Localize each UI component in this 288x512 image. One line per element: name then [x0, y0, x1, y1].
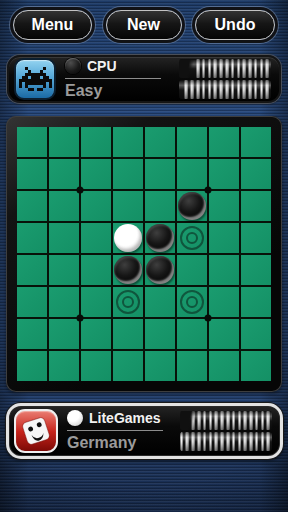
tray-disc	[213, 59, 217, 78]
dice-icon	[18, 413, 54, 449]
board-cell-h8[interactable]	[241, 351, 271, 381]
board-cell-e3[interactable]	[145, 191, 175, 221]
tray-disc	[248, 59, 252, 78]
tray-disc	[185, 432, 189, 451]
menu-button[interactable]: Menu	[13, 10, 92, 40]
tray-disc	[261, 432, 265, 451]
board-cell-d1[interactable]	[113, 127, 143, 157]
board-cell-f6[interactable]	[177, 287, 207, 317]
board-cell-d8[interactable]	[113, 351, 143, 381]
tray-disc	[260, 80, 264, 99]
board-cell-d2[interactable]	[113, 159, 143, 189]
tray-disc	[266, 411, 270, 430]
tray-disc	[225, 59, 229, 78]
legal-move-hint-f6[interactable]	[180, 290, 204, 314]
cpu-tray-row-2	[179, 80, 271, 99]
tray-disc	[203, 411, 207, 430]
tray-disc	[231, 59, 235, 78]
board-cell-a2[interactable]	[17, 159, 47, 189]
tray-disc	[209, 432, 213, 451]
board-cell-b5[interactable]	[49, 255, 79, 285]
tray-disc	[242, 80, 246, 99]
board-cell-c3[interactable]	[81, 191, 111, 221]
app-screen: Menu New Undo CPU Easy	[0, 0, 288, 512]
new-game-button[interactable]: New	[106, 10, 182, 40]
tray-wedge	[179, 59, 197, 78]
tray-disc	[202, 80, 206, 99]
tray-disc	[208, 80, 212, 99]
tray-disc	[231, 80, 235, 99]
board-cell-f4[interactable]	[177, 223, 207, 253]
tray-disc	[238, 432, 242, 451]
human-tray-row-2	[180, 432, 272, 451]
tray-disc	[266, 432, 270, 451]
board-cell-h5[interactable]	[241, 255, 271, 285]
board-cell-b3[interactable]	[49, 191, 79, 221]
board-cell-b1[interactable]	[49, 127, 79, 157]
black-disc-e5	[146, 256, 174, 284]
human-tray-row-1	[180, 411, 272, 430]
tray-disc	[265, 80, 269, 99]
board-cell-d4[interactable]	[113, 223, 143, 253]
board-cell-d3[interactable]	[113, 191, 143, 221]
panel-divider	[67, 430, 163, 431]
tray-disc	[237, 59, 241, 78]
board-cell-d7[interactable]	[113, 319, 143, 349]
board-cell-b2[interactable]	[49, 159, 79, 189]
board-cell-a4[interactable]	[17, 223, 47, 253]
tray-disc	[190, 80, 194, 99]
tray-disc	[214, 411, 218, 430]
board-cell-b7[interactable]	[49, 319, 79, 349]
cpu-info: CPU Easy	[65, 58, 165, 100]
black-disc-f3	[178, 192, 206, 220]
tray-disc	[255, 432, 259, 451]
board-cell-c5[interactable]	[81, 255, 111, 285]
cpu-avatar	[14, 58, 56, 100]
board-cell-a3[interactable]	[17, 191, 47, 221]
board-cell-a6[interactable]	[17, 287, 47, 317]
board-cell-h4[interactable]	[241, 223, 271, 253]
board-cell-b8[interactable]	[49, 351, 79, 381]
board-cell-c7[interactable]	[81, 319, 111, 349]
tray-disc	[232, 411, 236, 430]
human-avatar	[14, 409, 58, 453]
board-grid	[17, 127, 271, 381]
star-point	[77, 315, 84, 322]
tray-disc	[226, 432, 230, 451]
cpu-tray-row-1	[179, 59, 271, 78]
board-cell-h2[interactable]	[241, 159, 271, 189]
board-cell-e1[interactable]	[145, 127, 175, 157]
board-cell-c8[interactable]	[81, 351, 111, 381]
board-cell-g8[interactable]	[209, 351, 239, 381]
board-cell-e4[interactable]	[145, 223, 175, 253]
board-cell-g6[interactable]	[209, 287, 239, 317]
tray-disc	[208, 59, 212, 78]
board-cell-b4[interactable]	[49, 223, 79, 253]
tray-disc	[261, 411, 265, 430]
tray-disc	[243, 432, 247, 451]
tray-disc	[242, 59, 246, 78]
human-disc-tray	[180, 410, 272, 453]
board-cell-e7[interactable]	[145, 319, 175, 349]
board-cell-e6[interactable]	[145, 287, 175, 317]
tray-disc	[249, 411, 253, 430]
board-cell-g4[interactable]	[209, 223, 239, 253]
tray-disc	[243, 411, 247, 430]
board-cell-g5[interactable]	[209, 255, 239, 285]
board-cell-h3[interactable]	[241, 191, 271, 221]
board-cell-f3[interactable]	[177, 191, 207, 221]
board-cell-h7[interactable]	[241, 319, 271, 349]
cpu-disc-tray	[179, 58, 271, 101]
tray-disc	[232, 432, 236, 451]
tray-disc	[180, 432, 183, 451]
cpu-difficulty: Easy	[65, 82, 165, 100]
board-cell-h6[interactable]	[241, 287, 271, 317]
board-cell-b6[interactable]	[49, 287, 79, 317]
tray-disc	[237, 80, 241, 99]
board-cell-g7[interactable]	[209, 319, 239, 349]
tray-disc	[248, 80, 252, 99]
tray-disc	[220, 411, 224, 430]
tray-disc	[191, 432, 195, 451]
black-disc-e4	[146, 224, 174, 252]
player-panel-cpu: CPU Easy	[7, 55, 281, 103]
tray-disc	[265, 59, 269, 78]
board-cell-c6[interactable]	[81, 287, 111, 317]
human-region: Germany	[67, 434, 167, 452]
space-invader-icon	[19, 67, 52, 91]
tray-disc	[220, 432, 224, 451]
tray-disc	[213, 80, 217, 99]
tray-disc	[226, 411, 230, 430]
tray-wedge	[180, 411, 198, 430]
board-cell-f8[interactable]	[177, 351, 207, 381]
tray-disc	[219, 80, 223, 99]
board-cell-e8[interactable]	[145, 351, 175, 381]
white-disc-indicator	[67, 410, 83, 426]
board-cell-d5[interactable]	[113, 255, 143, 285]
board-cell-a5[interactable]	[17, 255, 47, 285]
human-info: LiteGames Germany	[67, 410, 167, 452]
tray-disc	[202, 59, 206, 78]
board-cell-a7[interactable]	[17, 319, 47, 349]
board-cell-g1[interactable]	[209, 127, 239, 157]
cpu-name: CPU	[87, 58, 117, 74]
panel-divider	[65, 78, 161, 79]
board-cell-a1[interactable]	[17, 127, 47, 157]
player-panel-human: LiteGames Germany	[6, 403, 283, 459]
board-cell-f5[interactable]	[177, 255, 207, 285]
board-cell-a8[interactable]	[17, 351, 47, 381]
othello-board-frame	[6, 116, 282, 392]
board-cell-d6[interactable]	[113, 287, 143, 317]
toolbar: Menu New Undo	[0, 10, 288, 40]
tray-disc	[196, 80, 200, 99]
board-cell-g3[interactable]	[209, 191, 239, 221]
tray-disc	[238, 411, 242, 430]
star-point	[205, 187, 212, 194]
white-disc-d4	[114, 224, 142, 252]
tray-disc	[197, 432, 201, 451]
tray-disc	[249, 432, 253, 451]
legal-move-hint-f4[interactable]	[180, 226, 204, 250]
tray-disc	[203, 432, 207, 451]
tray-disc	[214, 432, 218, 451]
star-point	[205, 315, 212, 322]
tray-disc	[255, 411, 259, 430]
board-cell-c2[interactable]	[81, 159, 111, 189]
tray-disc	[260, 59, 264, 78]
board-cell-f1[interactable]	[177, 127, 207, 157]
board-cell-c4[interactable]	[81, 223, 111, 253]
board-cell-h1[interactable]	[241, 127, 271, 157]
board-cell-g2[interactable]	[209, 159, 239, 189]
othello-board	[17, 127, 271, 381]
tray-disc	[209, 411, 213, 430]
board-cell-e2[interactable]	[145, 159, 175, 189]
tray-disc	[254, 59, 258, 78]
black-disc-indicator	[65, 58, 81, 74]
board-cell-f2[interactable]	[177, 159, 207, 189]
star-point	[77, 187, 84, 194]
black-disc-d5	[114, 256, 142, 284]
tray-disc	[254, 80, 258, 99]
board-cell-c1[interactable]	[81, 127, 111, 157]
board-cell-e5[interactable]	[145, 255, 175, 285]
tray-disc	[184, 80, 188, 99]
tray-disc	[225, 80, 229, 99]
tray-disc	[219, 59, 223, 78]
undo-button[interactable]: Undo	[195, 10, 275, 40]
board-cell-f7[interactable]	[177, 319, 207, 349]
legal-move-hint-d6[interactable]	[116, 290, 140, 314]
human-name: LiteGames	[89, 410, 161, 426]
